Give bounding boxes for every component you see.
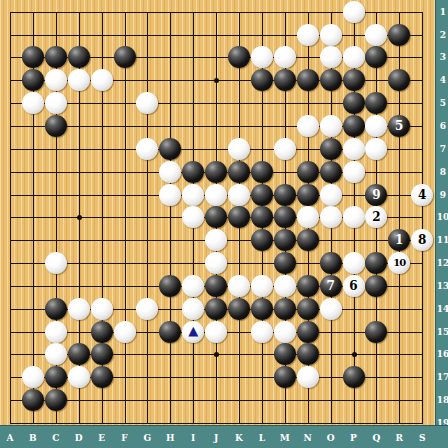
stone-black-M12[interactable]	[274, 252, 296, 274]
column-label-J: J	[214, 434, 218, 443]
column-label-F: F	[121, 434, 127, 443]
stone-white-O6[interactable]	[320, 115, 342, 137]
stone-white-P12[interactable]	[343, 252, 365, 274]
stone-white-M13[interactable]	[274, 275, 296, 297]
stone-black-P17[interactable]	[343, 366, 365, 388]
row-label-3: 3	[440, 53, 446, 62]
stone-black-M16[interactable]	[274, 343, 296, 365]
stone-white-C16[interactable]	[45, 343, 67, 365]
stone-white-C5[interactable]	[45, 92, 67, 114]
stone-black-O7[interactable]	[320, 138, 342, 160]
stone-black-P5[interactable]	[343, 92, 365, 114]
row-label-10: 10	[437, 213, 448, 222]
stone-black-R11[interactable]: 1	[388, 229, 410, 251]
stone-white-J15[interactable]	[205, 321, 227, 343]
stone-black-B18[interactable]	[22, 389, 44, 411]
stone-white-O9[interactable]	[320, 184, 342, 206]
stone-black-L14[interactable]	[251, 298, 273, 320]
move-number-label: 1	[395, 234, 403, 246]
stone-black-H13[interactable]	[159, 275, 181, 297]
stone-white-P8[interactable]	[343, 161, 365, 183]
stone-black-R6[interactable]: 5	[388, 115, 410, 137]
column-label-H: H	[166, 434, 175, 443]
column-label-N: N	[304, 434, 312, 443]
stone-white-B5[interactable]	[22, 92, 44, 114]
move-number-label: 4	[418, 189, 426, 201]
stone-white-N2[interactable]	[297, 24, 319, 46]
stone-white-E14[interactable]	[91, 298, 113, 320]
stone-black-H15[interactable]	[159, 321, 181, 343]
grid-horizontal-line	[10, 423, 423, 424]
row-label-7: 7	[440, 144, 446, 153]
stone-black-O13[interactable]: 7	[320, 275, 342, 297]
stone-black-N15[interactable]	[297, 321, 319, 343]
stone-white-Q7[interactable]	[365, 138, 387, 160]
stone-black-J8[interactable]	[205, 161, 227, 183]
stone-white-I9[interactable]	[182, 184, 204, 206]
row-label-13: 13	[437, 281, 448, 290]
stone-black-R4[interactable]	[388, 69, 410, 91]
stone-white-G5[interactable]	[136, 92, 158, 114]
stone-white-E4[interactable]	[91, 69, 113, 91]
stone-white-Q10[interactable]: 2	[365, 206, 387, 228]
row-label-18: 18	[437, 396, 448, 405]
stone-black-C18[interactable]	[45, 389, 67, 411]
row-label-9: 9	[440, 190, 446, 199]
stone-black-D3[interactable]	[68, 46, 90, 68]
stone-white-K13[interactable]	[228, 275, 250, 297]
stone-black-C17[interactable]	[45, 366, 67, 388]
column-label-K: K	[235, 434, 243, 443]
grid-vertical-line	[10, 12, 11, 424]
row-label-1: 1	[440, 7, 446, 16]
row-label-14: 14	[437, 304, 448, 313]
column-label-R: R	[396, 434, 403, 443]
stone-black-L4[interactable]	[251, 69, 273, 91]
row-label-15: 15	[437, 327, 448, 336]
stone-white-D14[interactable]	[68, 298, 90, 320]
stone-black-C6[interactable]	[45, 115, 67, 137]
grid-vertical-line	[147, 12, 148, 424]
stone-black-B4[interactable]	[22, 69, 44, 91]
stone-white-S9[interactable]: 4	[411, 184, 433, 206]
stone-black-Q5[interactable]	[365, 92, 387, 114]
column-label-P: P	[350, 434, 357, 443]
stone-black-M11[interactable]	[274, 229, 296, 251]
stone-black-Q13[interactable]	[365, 275, 387, 297]
stone-black-N11[interactable]	[297, 229, 319, 251]
stone-black-O8[interactable]	[320, 161, 342, 183]
stone-black-M14[interactable]	[274, 298, 296, 320]
row-label-12: 12	[437, 259, 448, 268]
column-label-Q: Q	[372, 434, 380, 443]
stone-black-O12[interactable]	[320, 252, 342, 274]
stone-white-O2[interactable]	[320, 24, 342, 46]
stone-white-C4[interactable]	[45, 69, 67, 91]
move-number-label: 8	[418, 234, 426, 246]
stone-black-E17[interactable]	[91, 366, 113, 388]
stone-white-D4[interactable]	[68, 69, 90, 91]
stone-black-J13[interactable]	[205, 275, 227, 297]
column-label-A: A	[7, 434, 14, 443]
stone-black-J10[interactable]	[205, 206, 227, 228]
grid-vertical-line	[170, 12, 171, 424]
stone-white-Q6[interactable]	[365, 115, 387, 137]
stone-black-Q12[interactable]	[365, 252, 387, 274]
stone-white-J12[interactable]	[205, 252, 227, 274]
stone-black-Q9[interactable]: 9	[365, 184, 387, 206]
move-number-label: 10	[393, 258, 405, 268]
row-label-5: 5	[440, 99, 446, 108]
stone-white-P7[interactable]	[343, 138, 365, 160]
stone-white-O3[interactable]	[320, 46, 342, 68]
stone-black-O4[interactable]	[320, 69, 342, 91]
stone-black-Q15[interactable]	[365, 321, 387, 343]
stone-white-J9[interactable]	[205, 184, 227, 206]
column-label-B: B	[29, 434, 37, 443]
stone-white-G7[interactable]	[136, 138, 158, 160]
row-label-11: 11	[437, 236, 448, 245]
stone-white-H8[interactable]	[159, 161, 181, 183]
stone-white-N6[interactable]	[297, 115, 319, 137]
column-label-I: I	[191, 434, 195, 443]
column-label-S: S	[419, 434, 426, 443]
stone-black-N9[interactable]	[297, 184, 319, 206]
move-number-label: 5	[395, 120, 403, 132]
column-coordinate-strip: ABCDEFGHIJKLMNOPQRS	[0, 425, 448, 448]
stone-black-N13[interactable]	[297, 275, 319, 297]
stone-white-I10[interactable]	[182, 206, 204, 228]
stone-white-L13[interactable]	[251, 275, 273, 297]
stone-white-F15[interactable]	[114, 321, 136, 343]
stone-white-P13[interactable]: 6	[343, 275, 365, 297]
stone-black-N4[interactable]	[297, 69, 319, 91]
stone-white-Q2[interactable]	[365, 24, 387, 46]
column-label-M: M	[280, 434, 290, 443]
stone-black-Q3[interactable]	[365, 46, 387, 68]
stone-white-G14[interactable]	[136, 298, 158, 320]
move-number-label: 6	[349, 280, 357, 292]
stone-black-F3[interactable]	[114, 46, 136, 68]
stone-white-M15[interactable]	[274, 321, 296, 343]
column-label-C: C	[52, 434, 59, 443]
stone-white-P10[interactable]	[343, 206, 365, 228]
stone-black-M9[interactable]	[274, 184, 296, 206]
stone-black-M10[interactable]	[274, 206, 296, 228]
stone-black-D16[interactable]	[68, 343, 90, 365]
stone-white-H9[interactable]	[159, 184, 181, 206]
stone-black-K3[interactable]	[228, 46, 250, 68]
triangle-mark: ▲	[188, 324, 198, 337]
row-label-2: 2	[440, 30, 446, 39]
stone-black-K14[interactable]	[228, 298, 250, 320]
stone-black-I8[interactable]	[182, 161, 204, 183]
column-label-O: O	[327, 434, 335, 443]
stone-white-N10[interactable]	[297, 206, 319, 228]
stone-black-M4[interactable]	[274, 69, 296, 91]
column-label-G: G	[144, 434, 152, 443]
stone-white-K9[interactable]	[228, 184, 250, 206]
row-coordinate-strip: 12345678910111213141516171819	[435, 0, 448, 448]
stone-white-K7[interactable]	[228, 138, 250, 160]
row-label-4: 4	[440, 76, 446, 85]
stone-white-R12[interactable]: 10	[388, 252, 410, 274]
stone-black-L10[interactable]	[251, 206, 273, 228]
stone-black-P4[interactable]	[343, 69, 365, 91]
row-label-8: 8	[440, 167, 446, 176]
stone-black-K8[interactable]	[228, 161, 250, 183]
stone-black-M17[interactable]	[274, 366, 296, 388]
column-label-E: E	[98, 434, 105, 443]
go-board[interactable]: 5942181076▲	[0, 0, 448, 448]
stone-black-L11[interactable]	[251, 229, 273, 251]
row-label-16: 16	[437, 350, 448, 359]
stone-black-L8[interactable]	[251, 161, 273, 183]
grid-horizontal-line	[10, 400, 423, 401]
stone-white-O14[interactable]	[320, 298, 342, 320]
column-label-D: D	[75, 434, 83, 443]
grid-horizontal-line	[10, 35, 423, 36]
stone-white-I13[interactable]	[182, 275, 204, 297]
stone-white-B17[interactable]	[22, 366, 44, 388]
stone-white-P3[interactable]	[343, 46, 365, 68]
stone-black-N14[interactable]	[297, 298, 319, 320]
stone-white-L3[interactable]	[251, 46, 273, 68]
go-app-window: 5942181076▲ 1234567891011121314151617181…	[0, 0, 448, 448]
stone-white-C12[interactable]	[45, 252, 67, 274]
row-label-6: 6	[440, 121, 446, 130]
stone-white-O10[interactable]	[320, 206, 342, 228]
star-point	[214, 352, 219, 357]
stone-white-J11[interactable]	[205, 229, 227, 251]
stone-white-M3[interactable]	[274, 46, 296, 68]
move-number-label: 2	[372, 211, 380, 223]
column-label-L: L	[259, 434, 265, 443]
stone-white-P1[interactable]	[343, 1, 365, 23]
stone-black-E15[interactable]	[91, 321, 113, 343]
stone-white-L15[interactable]	[251, 321, 273, 343]
stone-white-M7[interactable]	[274, 138, 296, 160]
stone-white-I14[interactable]	[182, 298, 204, 320]
stone-white-C15[interactable]	[45, 321, 67, 343]
stone-black-B3[interactable]	[22, 46, 44, 68]
stone-black-E16[interactable]	[91, 343, 113, 365]
stone-black-P6[interactable]	[343, 115, 365, 137]
stone-black-R2[interactable]	[388, 24, 410, 46]
grid-vertical-line	[125, 12, 126, 424]
stone-black-H7[interactable]	[159, 138, 181, 160]
stone-black-C14[interactable]	[45, 298, 67, 320]
stone-white-S11[interactable]: 8	[411, 229, 433, 251]
stone-black-N16[interactable]	[297, 343, 319, 365]
star-point	[77, 215, 82, 220]
stone-black-N8[interactable]	[297, 161, 319, 183]
move-number-label: 7	[326, 280, 334, 292]
star-point	[352, 352, 357, 357]
stone-black-K10[interactable]	[228, 206, 250, 228]
move-number-label: 9	[372, 189, 380, 201]
stone-black-C3[interactable]	[45, 46, 67, 68]
row-label-17: 17	[437, 373, 448, 382]
stone-black-J14[interactable]	[205, 298, 227, 320]
stone-white-I15[interactable]: ▲	[182, 321, 204, 343]
star-point	[214, 78, 219, 83]
stone-black-L9[interactable]	[251, 184, 273, 206]
stone-white-D17[interactable]	[68, 366, 90, 388]
stone-white-N17[interactable]	[297, 366, 319, 388]
grid-vertical-line	[422, 12, 423, 424]
